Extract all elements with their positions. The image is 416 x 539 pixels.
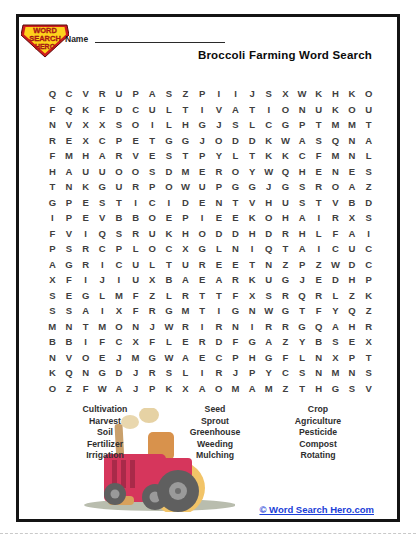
grid-cell[interactable]: E	[61, 133, 78, 149]
grid-cell[interactable]: E	[61, 288, 78, 304]
grid-cell[interactable]: A	[177, 272, 194, 288]
grid-cell[interactable]: B	[44, 334, 61, 350]
grid-cell[interactable]: G	[161, 303, 178, 319]
grid-cell[interactable]: R	[94, 86, 111, 102]
grid-cell[interactable]: K	[344, 86, 361, 102]
grid-cell[interactable]: S	[44, 288, 61, 304]
grid-cell[interactable]: O	[277, 102, 294, 118]
grid-cell[interactable]: W	[294, 86, 311, 102]
grid-cell[interactable]: D	[227, 133, 244, 149]
grid-cell[interactable]: H	[260, 195, 277, 211]
grid-cell[interactable]: W	[161, 319, 178, 335]
grid-cell[interactable]: J	[94, 272, 111, 288]
grid-cell[interactable]: V	[94, 210, 111, 226]
grid-cell[interactable]: V	[327, 195, 344, 211]
grid-cell[interactable]: F	[144, 334, 161, 350]
grid-cell[interactable]: S	[327, 334, 344, 350]
grid-cell[interactable]: I	[194, 210, 211, 226]
grid-cell[interactable]: E	[194, 350, 211, 366]
grid-cell[interactable]: W	[277, 133, 294, 149]
grid-cell[interactable]: O	[194, 226, 211, 242]
grid-cell[interactable]: W	[260, 303, 277, 319]
grid-cell[interactable]: G	[277, 179, 294, 195]
grid-cell[interactable]: T	[77, 319, 94, 335]
grid-cell[interactable]: P	[294, 257, 311, 273]
grid-cell[interactable]: O	[327, 179, 344, 195]
grid-cell[interactable]: K	[161, 226, 178, 242]
grid-cell[interactable]: X	[327, 350, 344, 366]
grid-cell[interactable]: T	[277, 241, 294, 257]
grid-cell[interactable]: M	[94, 319, 111, 335]
grid-cell[interactable]: G	[177, 133, 194, 149]
grid-cell[interactable]: U	[260, 272, 277, 288]
grid-cell[interactable]: C	[260, 117, 277, 133]
grid-cell[interactable]: M	[327, 148, 344, 164]
grid-cell[interactable]: X	[177, 381, 194, 397]
grid-cell[interactable]: H	[177, 226, 194, 242]
grid-cell[interactable]: A	[144, 86, 161, 102]
grid-cell[interactable]: I	[77, 272, 94, 288]
grid-cell[interactable]: F	[127, 303, 144, 319]
grid-cell[interactable]: G	[144, 350, 161, 366]
grid-cell[interactable]: L	[127, 241, 144, 257]
grid-cell[interactable]: P	[44, 241, 61, 257]
grid-cell[interactable]: T	[244, 102, 261, 118]
grid-cell[interactable]: R	[277, 226, 294, 242]
grid-cell[interactable]: G	[277, 117, 294, 133]
grid-cell[interactable]: G	[194, 241, 211, 257]
grid-cell[interactable]: C	[327, 241, 344, 257]
grid-cell[interactable]: D	[111, 102, 128, 118]
grid-cell[interactable]: F	[94, 102, 111, 118]
grid-cell[interactable]: G	[277, 303, 294, 319]
grid-cell[interactable]: B	[127, 210, 144, 226]
grid-cell[interactable]: C	[61, 86, 78, 102]
grid-cell[interactable]: C	[161, 241, 178, 257]
grid-cell[interactable]: W	[327, 257, 344, 273]
grid-cell[interactable]: N	[127, 319, 144, 335]
grid-cell[interactable]: I	[194, 319, 211, 335]
grid-cell[interactable]: K	[310, 86, 327, 102]
grid-cell[interactable]: K	[277, 148, 294, 164]
grid-cell[interactable]: G	[294, 319, 311, 335]
grid-cell[interactable]: S	[344, 381, 361, 397]
grid-cell[interactable]: B	[310, 334, 327, 350]
grid-cell[interactable]: O	[210, 381, 227, 397]
grid-cell[interactable]: F	[127, 288, 144, 304]
grid-cell[interactable]: K	[260, 148, 277, 164]
grid-cell[interactable]: R	[127, 226, 144, 242]
grid-cell[interactable]: B	[344, 195, 361, 211]
grid-cell[interactable]: A	[294, 133, 311, 149]
grid-cell[interactable]: W	[260, 164, 277, 180]
grid-cell[interactable]: C	[360, 241, 377, 257]
grid-cell[interactable]: S	[161, 365, 178, 381]
grid-cell[interactable]: X	[244, 288, 261, 304]
grid-cell[interactable]: A	[244, 381, 261, 397]
grid-cell[interactable]: H	[294, 164, 311, 180]
grid-cell[interactable]: N	[227, 241, 244, 257]
grid-cell[interactable]: G	[327, 381, 344, 397]
grid-cell[interactable]: P	[177, 210, 194, 226]
grid-cell[interactable]: E	[227, 210, 244, 226]
grid-cell[interactable]: T	[360, 117, 377, 133]
grid-cell[interactable]: G	[227, 303, 244, 319]
grid-cell[interactable]: I	[127, 195, 144, 211]
grid-cell[interactable]: R	[360, 319, 377, 335]
grid-cell[interactable]: U	[127, 257, 144, 273]
grid-cell[interactable]: G	[44, 195, 61, 211]
grid-cell[interactable]: I	[194, 365, 211, 381]
grid-cell[interactable]: M	[327, 117, 344, 133]
grid-cell[interactable]: V	[244, 195, 261, 211]
grid-cell[interactable]: U	[194, 179, 211, 195]
grid-cell[interactable]: H	[77, 148, 94, 164]
grid-cell[interactable]: L	[161, 334, 178, 350]
grid-cell[interactable]: A	[344, 226, 361, 242]
grid-cell[interactable]: E	[344, 334, 361, 350]
grid-cell[interactable]: U	[344, 241, 361, 257]
grid-cell[interactable]: P	[210, 179, 227, 195]
grid-cell[interactable]: S	[294, 365, 311, 381]
grid-cell[interactable]: T	[194, 288, 211, 304]
grid-cell[interactable]: Q	[61, 102, 78, 118]
grid-cell[interactable]: U	[360, 102, 377, 118]
grid-cell[interactable]: F	[227, 288, 244, 304]
grid-cell[interactable]: A	[210, 272, 227, 288]
grid-cell[interactable]: C	[277, 365, 294, 381]
grid-cell[interactable]: R	[227, 272, 244, 288]
grid-cell[interactable]: S	[161, 86, 178, 102]
grid-cell[interactable]: A	[194, 381, 211, 397]
grid-cell[interactable]: V	[61, 117, 78, 133]
grid-cell[interactable]: D	[327, 272, 344, 288]
grid-cell[interactable]: A	[294, 241, 311, 257]
grid-cell[interactable]: N	[227, 319, 244, 335]
grid-cell[interactable]: G	[161, 133, 178, 149]
grid-cell[interactable]: P	[344, 350, 361, 366]
grid-cell[interactable]: I	[360, 226, 377, 242]
grid-cell[interactable]: C	[111, 257, 128, 273]
grid-cell[interactable]: O	[127, 117, 144, 133]
grid-cell[interactable]: M	[177, 303, 194, 319]
grid-cell[interactable]: E	[177, 334, 194, 350]
grid-cell[interactable]: N	[44, 350, 61, 366]
grid-cell[interactable]: S	[260, 288, 277, 304]
grid-cell[interactable]: U	[310, 102, 327, 118]
grid-cell[interactable]: F	[327, 226, 344, 242]
grid-cell[interactable]: A	[44, 257, 61, 273]
grid-cell[interactable]: I	[94, 303, 111, 319]
grid-cell[interactable]: N	[294, 102, 311, 118]
grid-cell[interactable]: T	[227, 195, 244, 211]
grid-cell[interactable]: Y	[294, 334, 311, 350]
grid-cell[interactable]: Q	[61, 365, 78, 381]
grid-cell[interactable]: A	[77, 303, 94, 319]
grid-cell[interactable]: S	[144, 164, 161, 180]
grid-cell[interactable]: E	[227, 257, 244, 273]
grid-cell[interactable]: I	[194, 102, 211, 118]
grid-cell[interactable]: R	[111, 148, 128, 164]
grid-cell[interactable]: I	[161, 195, 178, 211]
grid-cell[interactable]: S	[294, 195, 311, 211]
grid-cell[interactable]: L	[94, 288, 111, 304]
grid-cell[interactable]: T	[294, 303, 311, 319]
grid-cell[interactable]: T	[244, 148, 261, 164]
grid-cell[interactable]: G	[77, 288, 94, 304]
grid-cell[interactable]: S	[360, 365, 377, 381]
grid-cell[interactable]: R	[210, 365, 227, 381]
grid-cell[interactable]: I	[260, 102, 277, 118]
grid-cell[interactable]: U	[177, 257, 194, 273]
name-field[interactable]	[95, 30, 225, 43]
grid-cell[interactable]: M	[177, 164, 194, 180]
grid-cell[interactable]: O	[144, 210, 161, 226]
grid-cell[interactable]: H	[294, 226, 311, 242]
grid-cell[interactable]: J	[111, 350, 128, 366]
grid-cell[interactable]: R	[44, 133, 61, 149]
grid-cell[interactable]: J	[144, 319, 161, 335]
grid-cell[interactable]: Q	[310, 319, 327, 335]
grid-cell[interactable]: X	[127, 334, 144, 350]
grid-cell[interactable]: V	[210, 102, 227, 118]
grid-cell[interactable]: I	[310, 210, 327, 226]
grid-cell[interactable]: O	[344, 102, 361, 118]
grid-cell[interactable]: N	[260, 257, 277, 273]
grid-cell[interactable]: Z	[277, 334, 294, 350]
grid-cell[interactable]: E	[77, 195, 94, 211]
grid-cell[interactable]: R	[277, 319, 294, 335]
grid-cell[interactable]: R	[210, 319, 227, 335]
grid-cell[interactable]: P	[227, 350, 244, 366]
grid-cell[interactable]: K	[260, 133, 277, 149]
grid-cell[interactable]: R	[194, 257, 211, 273]
grid-cell[interactable]: X	[44, 272, 61, 288]
grid-cell[interactable]: H	[327, 86, 344, 102]
grid-cell[interactable]: Q	[94, 226, 111, 242]
grid-cell[interactable]: X	[144, 272, 161, 288]
grid-cell[interactable]: L	[227, 148, 244, 164]
grid-cell[interactable]: E	[194, 272, 211, 288]
grid-cell[interactable]: R	[177, 288, 194, 304]
grid-cell[interactable]: Z	[360, 179, 377, 195]
grid-cell[interactable]: B	[61, 334, 78, 350]
grid-cell[interactable]: D	[227, 226, 244, 242]
grid-cell[interactable]: L	[244, 117, 261, 133]
grid-cell[interactable]: D	[260, 226, 277, 242]
grid-cell[interactable]: Z	[144, 288, 161, 304]
grid-cell[interactable]: Z	[277, 257, 294, 273]
grid-cell[interactable]: I	[210, 303, 227, 319]
grid-cell[interactable]: H	[177, 117, 194, 133]
grid-cell[interactable]: E	[161, 210, 178, 226]
grid-cell[interactable]: P	[111, 133, 128, 149]
grid-cell[interactable]: I	[77, 334, 94, 350]
grid-cell[interactable]: I	[244, 319, 261, 335]
grid-cell[interactable]: X	[344, 210, 361, 226]
grid-cell[interactable]: W	[94, 381, 111, 397]
grid-cell[interactable]: R	[310, 288, 327, 304]
grid-cell[interactable]: L	[144, 257, 161, 273]
grid-cell[interactable]: E	[127, 133, 144, 149]
grid-cell[interactable]: N	[61, 179, 78, 195]
grid-cell[interactable]: Q	[344, 303, 361, 319]
grid-cell[interactable]: P	[61, 210, 78, 226]
grid-cell[interactable]: Y	[260, 365, 277, 381]
grid-cell[interactable]: F	[61, 272, 78, 288]
grid-cell[interactable]: I	[111, 272, 128, 288]
grid-cell[interactable]: L	[177, 365, 194, 381]
grid-cell[interactable]: E	[344, 164, 361, 180]
grid-cell[interactable]: J	[260, 179, 277, 195]
grid-cell[interactable]: U	[127, 272, 144, 288]
grid-cell[interactable]: S	[360, 164, 377, 180]
grid-cell[interactable]: N	[310, 350, 327, 366]
grid-cell[interactable]: M	[44, 319, 61, 335]
grid-cell[interactable]: I	[77, 226, 94, 242]
grid-cell[interactable]: O	[127, 164, 144, 180]
grid-cell[interactable]: M	[260, 381, 277, 397]
grid-cell[interactable]: F	[44, 102, 61, 118]
grid-cell[interactable]: L	[161, 102, 178, 118]
grid-cell[interactable]: V	[360, 381, 377, 397]
grid-cell[interactable]: U	[94, 164, 111, 180]
grid-cell[interactable]: R	[77, 257, 94, 273]
grid-cell[interactable]: T	[310, 195, 327, 211]
grid-cell[interactable]: L	[327, 288, 344, 304]
grid-cell[interactable]: T	[177, 148, 194, 164]
grid-cell[interactable]: C	[111, 334, 128, 350]
grid-cell[interactable]: S	[360, 210, 377, 226]
grid-cell[interactable]: Z	[360, 303, 377, 319]
grid-cell[interactable]: N	[344, 133, 361, 149]
grid-cell[interactable]: R	[77, 241, 94, 257]
grid-cell[interactable]: A	[61, 164, 78, 180]
grid-cell[interactable]: Y	[327, 303, 344, 319]
grid-cell[interactable]: E	[194, 195, 211, 211]
grid-cell[interactable]: J	[194, 133, 211, 149]
grid-cell[interactable]: G	[61, 257, 78, 273]
grid-cell[interactable]: X	[277, 86, 294, 102]
grid-cell[interactable]: B	[111, 210, 128, 226]
grid-cell[interactable]: I	[94, 257, 111, 273]
grid-cell[interactable]: G	[277, 272, 294, 288]
grid-cell[interactable]: T	[244, 257, 261, 273]
grid-cell[interactable]: K	[244, 210, 261, 226]
grid-cell[interactable]: O	[227, 164, 244, 180]
grid-cell[interactable]: A	[111, 381, 128, 397]
grid-cell[interactable]: G	[194, 117, 211, 133]
grid-cell[interactable]: O	[260, 210, 277, 226]
grid-cell[interactable]: D	[360, 195, 377, 211]
grid-cell[interactable]: Z	[277, 381, 294, 397]
grid-cell[interactable]: G	[244, 179, 261, 195]
grid-cell[interactable]: F	[277, 350, 294, 366]
grid-cell[interactable]: K	[327, 102, 344, 118]
grid-cell[interactable]: A	[327, 319, 344, 335]
grid-cell[interactable]: E	[310, 272, 327, 288]
grid-cell[interactable]: U	[77, 164, 94, 180]
grid-cell[interactable]: O	[161, 179, 178, 195]
grid-cell[interactable]: N	[61, 319, 78, 335]
grid-cell[interactable]: V	[61, 226, 78, 242]
grid-cell[interactable]: S	[61, 303, 78, 319]
grid-cell[interactable]: Q	[277, 164, 294, 180]
grid-cell[interactable]: H	[277, 210, 294, 226]
grid-cell[interactable]: Y	[244, 164, 261, 180]
grid-cell[interactable]: E	[144, 148, 161, 164]
grid-cell[interactable]: G	[260, 350, 277, 366]
grid-cell[interactable]: C	[127, 102, 144, 118]
grid-cell[interactable]: G	[227, 179, 244, 195]
grid-cell[interactable]: C	[210, 350, 227, 366]
grid-cell[interactable]: Q	[44, 86, 61, 102]
grid-cell[interactable]: I	[227, 86, 244, 102]
grid-cell[interactable]: S	[44, 303, 61, 319]
grid-cell[interactable]: P	[244, 365, 261, 381]
grid-cell[interactable]: R	[177, 319, 194, 335]
grid-cell[interactable]: L	[360, 148, 377, 164]
grid-cell[interactable]: K	[77, 102, 94, 118]
grid-cell[interactable]: E	[77, 210, 94, 226]
grid-cell[interactable]: J	[127, 381, 144, 397]
grid-cell[interactable]: O	[111, 319, 128, 335]
grid-cell[interactable]: G	[94, 179, 111, 195]
grid-cell[interactable]: F	[44, 226, 61, 242]
grid-cell[interactable]: H	[344, 319, 361, 335]
grid-cell[interactable]: P	[144, 381, 161, 397]
grid-cell[interactable]: R	[310, 179, 327, 195]
grid-cell[interactable]: R	[210, 164, 227, 180]
grid-cell[interactable]: R	[144, 303, 161, 319]
grid-cell[interactable]: D	[177, 195, 194, 211]
grid-cell[interactable]: P	[194, 86, 211, 102]
grid-cell[interactable]: T	[111, 195, 128, 211]
grid-cell[interactable]: I	[244, 241, 261, 257]
grid-cell[interactable]: P	[360, 272, 377, 288]
grid-cell[interactable]: V	[61, 350, 78, 366]
grid-cell[interactable]: P	[61, 195, 78, 211]
grid-cell[interactable]: F	[44, 148, 61, 164]
grid-cell[interactable]: K	[360, 288, 377, 304]
grid-cell[interactable]: X	[111, 303, 128, 319]
grid-cell[interactable]: H	[244, 350, 261, 366]
grid-cell[interactable]: A	[227, 102, 244, 118]
grid-cell[interactable]: O	[210, 133, 227, 149]
grid-cell[interactable]: W	[161, 350, 178, 366]
grid-cell[interactable]: X	[77, 133, 94, 149]
grid-cell[interactable]: O	[144, 241, 161, 257]
grid-cell[interactable]: D	[244, 133, 261, 149]
grid-cell[interactable]: N	[210, 195, 227, 211]
grid-cell[interactable]: P	[111, 241, 128, 257]
grid-cell[interactable]: F	[77, 381, 94, 397]
grid-cell[interactable]: X	[177, 241, 194, 257]
grid-cell[interactable]: U	[144, 102, 161, 118]
grid-cell[interactable]: I	[44, 210, 61, 226]
grid-cell[interactable]: C	[94, 241, 111, 257]
grid-cell[interactable]: V	[77, 86, 94, 102]
grid-cell[interactable]: J	[210, 117, 227, 133]
grid-cell[interactable]: E	[210, 210, 227, 226]
grid-cell[interactable]: T	[360, 350, 377, 366]
grid-cell[interactable]: T	[310, 117, 327, 133]
grid-cell[interactable]: G	[94, 365, 111, 381]
grid-cell[interactable]: L	[161, 117, 178, 133]
grid-cell[interactable]: M	[61, 148, 78, 164]
grid-cell[interactable]: G	[244, 334, 261, 350]
grid-cell[interactable]: R	[260, 319, 277, 335]
